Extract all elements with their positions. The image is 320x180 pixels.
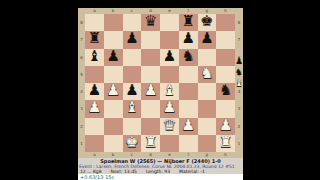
white-king-piece: ♚ xyxy=(125,135,138,150)
square-d3[interactable] xyxy=(141,100,160,117)
status-bar: Spoelman W (2565) — Nijboer F (2440) 1-0… xyxy=(78,158,243,180)
black-pawn-piece: ♟ xyxy=(200,31,213,46)
square-e8[interactable] xyxy=(160,14,179,31)
square-f2[interactable]: ♟ xyxy=(179,118,198,135)
black-king-piece: ♚ xyxy=(200,14,213,29)
square-a3[interactable]: ♟ xyxy=(85,100,104,117)
black-knight-piece: ♞ xyxy=(219,83,232,98)
coordinate-label: 2 xyxy=(78,118,85,135)
white-pawn-piece: ♟ xyxy=(219,118,232,133)
square-f4[interactable] xyxy=(179,83,198,100)
coordinate-label: 5 xyxy=(78,66,85,83)
white-queen-piece: ♛ xyxy=(163,118,176,133)
square-d6[interactable] xyxy=(141,49,160,66)
square-g7[interactable]: ♟ xyxy=(198,31,217,48)
square-h7[interactable] xyxy=(216,31,235,48)
black-rook-piece: ♜ xyxy=(181,14,194,29)
square-g1[interactable] xyxy=(198,135,217,152)
square-a1[interactable] xyxy=(85,135,104,152)
coordinate-label: 3 xyxy=(235,100,243,117)
square-e2[interactable]: ♛ xyxy=(160,118,179,135)
white-pawn-piece: ♟ xyxy=(181,118,194,133)
white-pawn-piece: ♟ xyxy=(88,100,101,115)
square-g3[interactable] xyxy=(198,100,217,117)
coordinate-label: 7 xyxy=(78,31,85,48)
black-queen-piece: ♛ xyxy=(144,14,157,29)
white-pawn-piece: ♟ xyxy=(106,83,119,98)
black-knight-piece: ♞ xyxy=(181,49,194,64)
square-b3[interactable] xyxy=(104,100,123,117)
black-pawn-piece: ♟ xyxy=(125,31,138,46)
white-rook-piece: ♜ xyxy=(144,135,157,150)
coordinate-label: 8 xyxy=(235,14,243,31)
board: ♛♜♚♜♟♟♟♝♟♟♞♞♟♟♟♟♝♞♟♝♟♛♟♟♚♜♜ xyxy=(85,14,235,152)
coordinate-label: 1 xyxy=(78,135,85,152)
square-c3[interactable]: ♝ xyxy=(123,100,142,117)
engine-eval-line: +0.63/13 15s xyxy=(78,174,243,180)
black-pawn-piece: ♟ xyxy=(163,49,176,64)
square-f6[interactable]: ♞ xyxy=(179,49,198,66)
black-pawn-piece: ♟ xyxy=(88,83,101,98)
white-bishop-piece: ♝ xyxy=(125,100,138,115)
coordinate-label: 8 xyxy=(78,14,85,31)
chess-board-panel: abcdefgh 87654321 ♛♜♚♜♟♟♟♝♟♟♞♞♟♟♟♟♝♞♟♝♟♛… xyxy=(78,8,243,158)
coordinate-label: 6 xyxy=(78,49,85,66)
square-a2[interactable] xyxy=(85,118,104,135)
square-b6[interactable]: ♟ xyxy=(104,49,123,66)
captured-material-tray: ♟♞♝ xyxy=(235,56,243,89)
coordinate-label: 4 xyxy=(78,83,85,100)
square-c7[interactable]: ♟ xyxy=(123,31,142,48)
material-label: Material: -1 xyxy=(179,169,205,174)
square-h1[interactable]: ♜ xyxy=(216,135,235,152)
square-b4[interactable]: ♟ xyxy=(104,83,123,100)
white-knight-piece: ♞ xyxy=(200,66,213,81)
square-b1[interactable] xyxy=(104,135,123,152)
square-f1[interactable] xyxy=(179,135,198,152)
square-g4[interactable] xyxy=(198,83,217,100)
square-d8[interactable]: ♛ xyxy=(141,14,160,31)
black-bishop-piece: ♝ xyxy=(88,49,101,64)
next-move-label: Next: 13.d5 xyxy=(111,169,137,174)
white-bishop-piece: ♝ xyxy=(163,83,176,98)
square-e1[interactable] xyxy=(160,135,179,152)
black-pawn-piece: ♟ xyxy=(125,83,138,98)
coordinate-label: 2 xyxy=(235,118,243,135)
rank-labels-left: 87654321 xyxy=(78,14,85,152)
white-pawn-piece: ♟ xyxy=(144,83,157,98)
square-e6[interactable]: ♟ xyxy=(160,49,179,66)
white-bishop-icon: ♝ xyxy=(235,78,243,89)
black-rook-piece: ♜ xyxy=(88,31,101,46)
black-knight-icon: ♞ xyxy=(235,67,243,78)
square-c1[interactable]: ♚ xyxy=(123,135,142,152)
video-frame: abcdefgh 87654321 ♛♜♚♜♟♟♟♝♟♟♞♞♟♟♟♟♝♞♟♝♟♛… xyxy=(0,0,320,180)
square-a6[interactable]: ♝ xyxy=(85,49,104,66)
black-pawn-icon: ♟ xyxy=(235,56,243,67)
square-f5[interactable] xyxy=(179,66,198,83)
coordinate-label: 3 xyxy=(78,100,85,117)
coordinate-label: 7 xyxy=(235,31,243,48)
coordinate-label: 1 xyxy=(235,135,243,152)
square-c6[interactable] xyxy=(123,49,142,66)
square-h4[interactable]: ♞ xyxy=(216,83,235,100)
square-h8[interactable] xyxy=(216,14,235,31)
square-d1[interactable]: ♜ xyxy=(141,135,160,152)
square-b8[interactable] xyxy=(104,14,123,31)
square-b2[interactable] xyxy=(104,118,123,135)
white-pawn-piece: ♟ xyxy=(163,100,176,115)
square-d7[interactable] xyxy=(141,31,160,48)
length-label: Length: 93 xyxy=(146,169,170,174)
square-g2[interactable] xyxy=(198,118,217,135)
black-pawn-piece: ♟ xyxy=(181,31,194,46)
white-rook-piece: ♜ xyxy=(219,135,232,150)
black-pawn-piece: ♟ xyxy=(106,49,119,64)
square-d4[interactable]: ♟ xyxy=(141,83,160,100)
square-h6[interactable] xyxy=(216,49,235,66)
square-g5[interactable]: ♞ xyxy=(198,66,217,83)
